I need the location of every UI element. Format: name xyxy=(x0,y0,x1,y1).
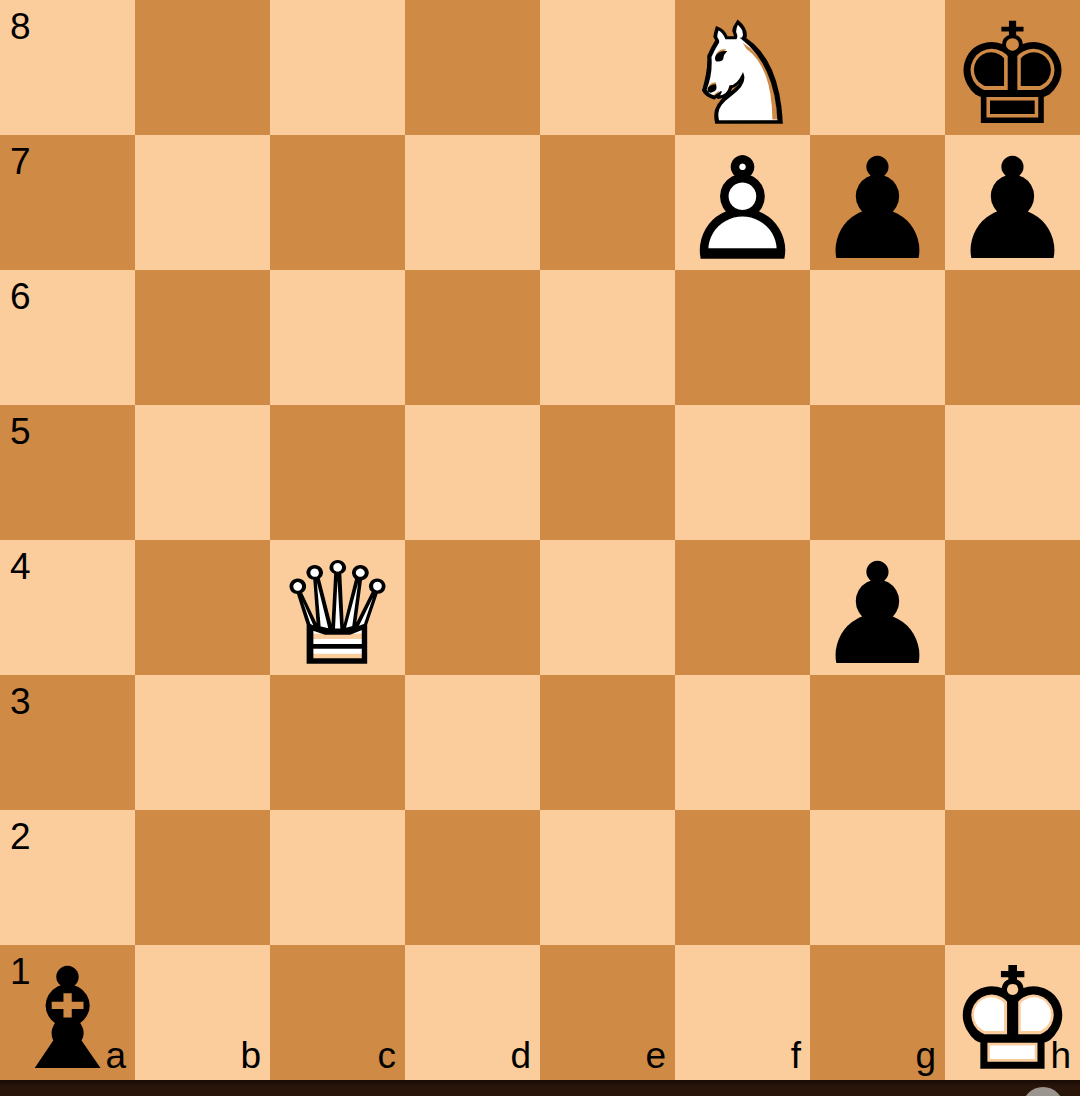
rank-label-3: 3 xyxy=(10,683,31,720)
square-d4[interactable] xyxy=(405,540,540,675)
file-label-f: f xyxy=(791,1037,801,1074)
square-c4[interactable]: ♛︎♕︎ xyxy=(270,540,405,675)
square-h8[interactable]: ♚︎ xyxy=(945,0,1080,135)
square-e4[interactable] xyxy=(540,540,675,675)
square-c5[interactable] xyxy=(270,405,405,540)
square-f2[interactable] xyxy=(675,810,810,945)
white-pawn[interactable]: ♟︎♙︎ xyxy=(675,135,810,270)
square-g5[interactable] xyxy=(810,405,945,540)
black-pawn[interactable]: ♟︎ xyxy=(945,135,1080,270)
white-king-outline: ♔︎ xyxy=(945,945,1080,1080)
file-label-b: b xyxy=(240,1037,261,1074)
square-g6[interactable] xyxy=(810,270,945,405)
white-queen[interactable]: ♛︎♕︎ xyxy=(270,540,405,675)
square-e6[interactable] xyxy=(540,270,675,405)
square-f4[interactable] xyxy=(675,540,810,675)
chess-board: 8♞︎♘︎♚︎7♟︎♙︎♟︎♟︎654♛︎♕︎♟︎321a♝︎bcdefgh♚︎… xyxy=(0,0,1080,1080)
square-b7[interactable] xyxy=(135,135,270,270)
square-f6[interactable] xyxy=(675,270,810,405)
square-h2[interactable] xyxy=(945,810,1080,945)
square-a7[interactable]: 7 xyxy=(0,135,135,270)
black-pawn[interactable]: ♟︎ xyxy=(810,135,945,270)
square-g1[interactable]: g xyxy=(810,945,945,1080)
square-a6[interactable]: 6 xyxy=(0,270,135,405)
square-c8[interactable] xyxy=(270,0,405,135)
square-d5[interactable] xyxy=(405,405,540,540)
black-pawn[interactable]: ♟︎ xyxy=(810,540,945,675)
white-queen-outline: ♕︎ xyxy=(270,540,405,675)
square-c1[interactable]: c xyxy=(270,945,405,1080)
file-label-e: e xyxy=(645,1037,666,1074)
square-e1[interactable]: e xyxy=(540,945,675,1080)
square-a2[interactable]: 2 xyxy=(0,810,135,945)
square-d7[interactable] xyxy=(405,135,540,270)
square-c7[interactable] xyxy=(270,135,405,270)
black-bishop-glyph: ♝︎ xyxy=(0,945,135,1080)
square-b8[interactable] xyxy=(135,0,270,135)
file-label-g: g xyxy=(915,1037,936,1074)
square-b4[interactable] xyxy=(135,540,270,675)
rank-label-7: 7 xyxy=(10,143,31,180)
square-g7[interactable]: ♟︎ xyxy=(810,135,945,270)
square-d1[interactable]: d xyxy=(405,945,540,1080)
square-g8[interactable] xyxy=(810,0,945,135)
rank-label-8: 8 xyxy=(10,8,31,45)
square-h7[interactable]: ♟︎ xyxy=(945,135,1080,270)
square-a5[interactable]: 5 xyxy=(0,405,135,540)
black-pawn-glyph: ♟︎ xyxy=(945,135,1080,270)
square-b3[interactable] xyxy=(135,675,270,810)
square-b5[interactable] xyxy=(135,405,270,540)
black-pawn-glyph: ♟︎ xyxy=(810,540,945,675)
square-d3[interactable] xyxy=(405,675,540,810)
square-a1[interactable]: 1a♝︎ xyxy=(0,945,135,1080)
black-bishop[interactable]: ♝︎ xyxy=(0,945,135,1080)
file-label-c: c xyxy=(378,1037,397,1074)
square-f5[interactable] xyxy=(675,405,810,540)
square-f7[interactable]: ♟︎♙︎ xyxy=(675,135,810,270)
black-king-glyph: ♚︎ xyxy=(945,0,1080,135)
square-h3[interactable] xyxy=(945,675,1080,810)
square-b1[interactable]: b xyxy=(135,945,270,1080)
square-h6[interactable] xyxy=(945,270,1080,405)
square-h1[interactable]: h♚︎♔︎ xyxy=(945,945,1080,1080)
square-e7[interactable] xyxy=(540,135,675,270)
rank-label-2: 2 xyxy=(10,818,31,855)
square-f1[interactable]: f xyxy=(675,945,810,1080)
square-a8[interactable]: 8 xyxy=(0,0,135,135)
white-king[interactable]: ♚︎♔︎ xyxy=(945,945,1080,1080)
black-king[interactable]: ♚︎ xyxy=(945,0,1080,135)
square-d6[interactable] xyxy=(405,270,540,405)
square-a3[interactable]: 3 xyxy=(0,675,135,810)
square-a4[interactable]: 4 xyxy=(0,540,135,675)
rank-label-6: 6 xyxy=(10,278,31,315)
square-d8[interactable] xyxy=(405,0,540,135)
square-g4[interactable]: ♟︎ xyxy=(810,540,945,675)
rank-label-5: 5 xyxy=(10,413,31,450)
white-pawn-outline: ♙︎ xyxy=(675,135,810,270)
black-pawn-glyph: ♟︎ xyxy=(810,135,945,270)
square-f8[interactable]: ♞︎♘︎ xyxy=(675,0,810,135)
square-d2[interactable] xyxy=(405,810,540,945)
square-g2[interactable] xyxy=(810,810,945,945)
square-c2[interactable] xyxy=(270,810,405,945)
white-knight[interactable]: ♞︎♘︎ xyxy=(675,0,810,135)
square-c3[interactable] xyxy=(270,675,405,810)
square-e8[interactable] xyxy=(540,0,675,135)
square-g3[interactable] xyxy=(810,675,945,810)
square-f3[interactable] xyxy=(675,675,810,810)
bottom-bar xyxy=(0,1080,1080,1096)
square-h5[interactable] xyxy=(945,405,1080,540)
white-knight-outline: ♘︎ xyxy=(675,0,810,135)
square-c6[interactable] xyxy=(270,270,405,405)
square-b6[interactable] xyxy=(135,270,270,405)
square-b2[interactable] xyxy=(135,810,270,945)
square-e2[interactable] xyxy=(540,810,675,945)
square-e5[interactable] xyxy=(540,405,675,540)
rank-label-4: 4 xyxy=(10,548,31,585)
square-e3[interactable] xyxy=(540,675,675,810)
file-label-d: d xyxy=(510,1037,531,1074)
square-h4[interactable] xyxy=(945,540,1080,675)
